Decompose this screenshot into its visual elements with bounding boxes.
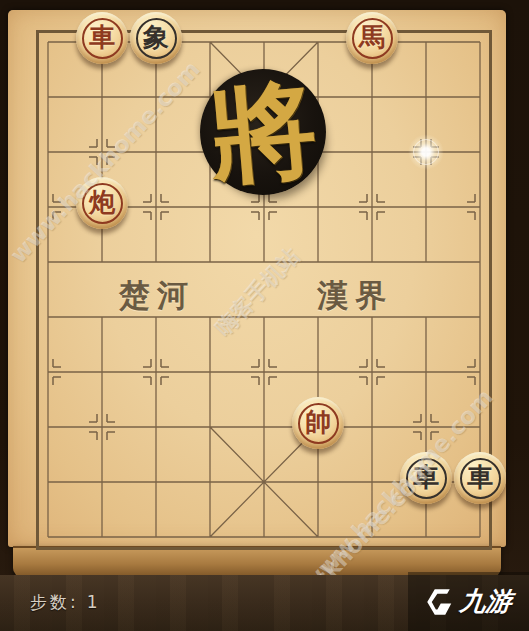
piece-glyph: 帥 — [305, 409, 331, 435]
piece-black-chariot-1[interactable]: 車 — [400, 452, 452, 504]
piece-ring: 帥 — [298, 403, 339, 444]
piece-black-chariot-2[interactable]: 車 — [454, 452, 506, 504]
piece-glyph: 象 — [143, 24, 169, 50]
jiuyou-brand-name: 九游 — [458, 584, 514, 619]
piece-glyph: 車 — [89, 24, 115, 50]
piece-black-elephant[interactable]: 象 — [130, 12, 182, 64]
piece-glyph: 炮 — [89, 189, 115, 215]
piece-glyph: 馬 — [359, 24, 385, 50]
piece-ring: 馬 — [352, 18, 393, 59]
piece-red-chariot[interactable]: 車 — [76, 12, 128, 64]
piece-red-cannon[interactable]: 炮 — [76, 177, 128, 229]
sparkle-cursor-effect — [408, 134, 444, 170]
piece-ring: 象 — [136, 18, 177, 59]
logo-general-glyph: 將 — [206, 75, 321, 190]
step-counter: 步数:1 — [30, 591, 101, 614]
piece-glyph: 車 — [467, 464, 493, 490]
piece-red-horse[interactable]: 馬 — [346, 12, 398, 64]
step-counter-value: 1 — [87, 592, 101, 612]
piece-glyph: 車 — [413, 464, 439, 490]
piece-ring: 車 — [406, 458, 447, 499]
step-counter-label: 步数: — [30, 592, 79, 612]
river-label-left: 楚河 — [119, 275, 195, 317]
xiangqi-app-screen: 楚河 漢界 車象馬炮帥車車 將 www.hackhome.com嗨客手机站www… — [0, 0, 529, 631]
piece-red-general[interactable]: 帥 — [292, 397, 344, 449]
piece-ring: 車 — [82, 18, 123, 59]
jiuyou-logo-icon — [425, 587, 455, 617]
river-label-right: 漢界 — [317, 275, 393, 317]
jiuyou-brand-plate[interactable]: 九游 — [408, 572, 529, 631]
piece-ring: 炮 — [82, 183, 123, 224]
app-ink-logo: 將 — [200, 69, 326, 195]
piece-ring: 車 — [460, 458, 501, 499]
